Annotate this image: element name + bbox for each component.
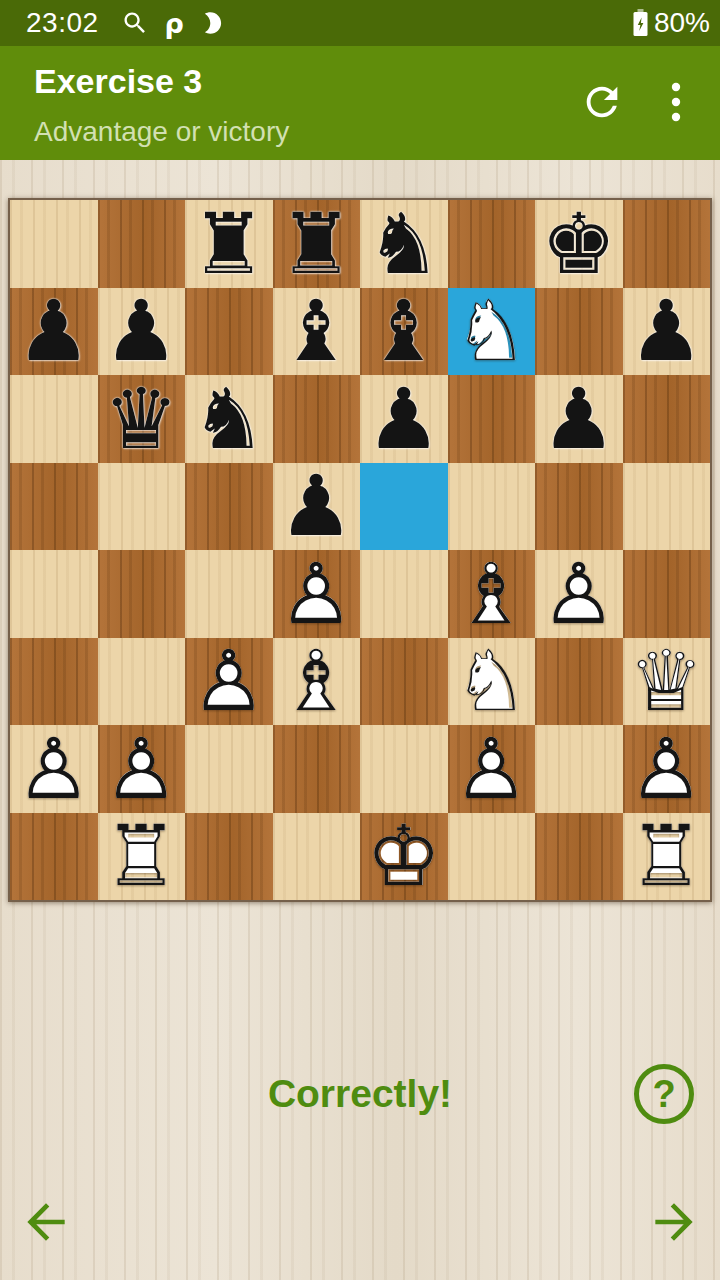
white-bishop: ♝♗ [273, 638, 361, 726]
next-exercise-button[interactable] [644, 1192, 704, 1252]
square-d2[interactable] [273, 725, 361, 813]
square-c4[interactable] [185, 550, 273, 638]
square-d4[interactable]: ♟♙ [273, 550, 361, 638]
clock-time: 23:02 [26, 7, 99, 39]
square-d8[interactable]: ♜ [273, 200, 361, 288]
app-bar: Exercise 3 Advantage or victory [0, 46, 720, 160]
square-c7[interactable] [185, 288, 273, 376]
black-rook: ♜ [273, 200, 361, 288]
black-pawn: ♟ [273, 463, 361, 551]
refresh-icon [579, 79, 625, 125]
overflow-menu-button[interactable] [654, 76, 698, 128]
square-c5[interactable] [185, 463, 273, 551]
square-a8[interactable] [10, 200, 98, 288]
square-f3[interactable]: ♞♘ [448, 638, 536, 726]
search-icon [121, 9, 149, 37]
arrow-left-icon [18, 1194, 74, 1250]
black-bishop: ♝ [273, 288, 361, 376]
square-h1[interactable]: ♜♖ [623, 813, 711, 901]
status-bar: 23:02 ρ 80% [0, 0, 720, 46]
white-rook: ♜♖ [98, 813, 186, 901]
square-h3[interactable]: ♛♕ [623, 638, 711, 726]
black-rook: ♜ [185, 200, 273, 288]
black-pawn: ♟ [360, 375, 448, 463]
square-a4[interactable] [10, 550, 98, 638]
square-e6[interactable]: ♟ [360, 375, 448, 463]
square-b8[interactable] [98, 200, 186, 288]
square-g4[interactable]: ♟♙ [535, 550, 623, 638]
crescent-moon-icon [200, 10, 226, 36]
square-f5[interactable] [448, 463, 536, 551]
square-a7[interactable]: ♟ [10, 288, 98, 376]
white-pawn: ♟♙ [10, 725, 98, 813]
chess-board: ♜♜♞♚♟♟♝♝♞♘♟♛♞♟♟♟♟♙♝♗♟♙♟♙♝♗♞♘♛♕♟♙♟♙♟♙♟♙♜♖… [8, 198, 712, 902]
square-g2[interactable] [535, 725, 623, 813]
white-pawn: ♟♙ [185, 638, 273, 726]
square-e3[interactable] [360, 638, 448, 726]
square-b4[interactable] [98, 550, 186, 638]
help-button[interactable]: ? [634, 1064, 694, 1124]
square-b2[interactable]: ♟♙ [98, 725, 186, 813]
square-e8[interactable]: ♞ [360, 200, 448, 288]
black-pawn: ♟ [535, 375, 623, 463]
square-h6[interactable] [623, 375, 711, 463]
black-bishop: ♝ [360, 288, 448, 376]
square-a3[interactable] [10, 638, 98, 726]
square-g7[interactable] [535, 288, 623, 376]
square-c2[interactable] [185, 725, 273, 813]
square-c8[interactable]: ♜ [185, 200, 273, 288]
black-queen: ♛ [98, 375, 186, 463]
square-f2[interactable]: ♟♙ [448, 725, 536, 813]
arrow-right-icon [646, 1194, 702, 1250]
white-king: ♚♔ [360, 813, 448, 901]
square-f4[interactable]: ♝♗ [448, 550, 536, 638]
square-a5[interactable] [10, 463, 98, 551]
square-b7[interactable]: ♟ [98, 288, 186, 376]
white-knight: ♞♘ [448, 288, 536, 376]
square-d3[interactable]: ♝♗ [273, 638, 361, 726]
black-pawn: ♟ [98, 288, 186, 376]
square-g5[interactable] [535, 463, 623, 551]
square-d7[interactable]: ♝ [273, 288, 361, 376]
white-pawn: ♟♙ [98, 725, 186, 813]
square-g3[interactable] [535, 638, 623, 726]
black-knight: ♞ [185, 375, 273, 463]
square-h4[interactable] [623, 550, 711, 638]
square-h8[interactable] [623, 200, 711, 288]
square-e2[interactable] [360, 725, 448, 813]
square-f7[interactable]: ♞♘ [448, 288, 536, 376]
square-c6[interactable]: ♞ [185, 375, 273, 463]
square-b5[interactable] [98, 463, 186, 551]
square-c3[interactable]: ♟♙ [185, 638, 273, 726]
square-f1[interactable] [448, 813, 536, 901]
page-subtitle: Advantage or victory [34, 116, 289, 148]
square-g6[interactable]: ♟ [535, 375, 623, 463]
square-e4[interactable] [360, 550, 448, 638]
battery-percent: 80% [654, 7, 710, 39]
rho-notification-icon: ρ [165, 10, 184, 37]
black-knight: ♞ [360, 200, 448, 288]
square-d1[interactable] [273, 813, 361, 901]
square-a6[interactable] [10, 375, 98, 463]
square-b6[interactable]: ♛ [98, 375, 186, 463]
page-title: Exercise 3 [34, 62, 202, 101]
square-a2[interactable]: ♟♙ [10, 725, 98, 813]
square-g1[interactable] [535, 813, 623, 901]
question-mark-icon: ? [652, 1073, 675, 1116]
square-b1[interactable]: ♜♖ [98, 813, 186, 901]
square-e5[interactable] [360, 463, 448, 551]
square-f8[interactable] [448, 200, 536, 288]
feedback-message: Correctly! [0, 1072, 720, 1116]
black-pawn: ♟ [623, 288, 711, 376]
square-d6[interactable] [273, 375, 361, 463]
black-king: ♚ [535, 200, 623, 288]
white-queen: ♛♕ [623, 638, 711, 726]
square-e1[interactable]: ♚♔ [360, 813, 448, 901]
refresh-button[interactable] [576, 76, 628, 128]
white-pawn: ♟♙ [448, 725, 536, 813]
black-pawn: ♟ [10, 288, 98, 376]
white-pawn: ♟♙ [273, 550, 361, 638]
square-e7[interactable]: ♝ [360, 288, 448, 376]
square-b3[interactable] [98, 638, 186, 726]
square-c1[interactable] [185, 813, 273, 901]
square-a1[interactable] [10, 813, 98, 901]
white-pawn: ♟♙ [623, 725, 711, 813]
square-h2[interactable]: ♟♙ [623, 725, 711, 813]
square-g8[interactable]: ♚ [535, 200, 623, 288]
battery-charging-icon [632, 8, 649, 38]
square-d5[interactable]: ♟ [273, 463, 361, 551]
white-rook: ♜♖ [623, 813, 711, 901]
previous-exercise-button[interactable] [16, 1192, 76, 1252]
white-bishop: ♝♗ [448, 550, 536, 638]
square-f6[interactable] [448, 375, 536, 463]
three-dots-icon [671, 81, 681, 123]
white-knight: ♞♘ [448, 638, 536, 726]
square-h7[interactable]: ♟ [623, 288, 711, 376]
white-pawn: ♟♙ [535, 550, 623, 638]
square-h5[interactable] [623, 463, 711, 551]
